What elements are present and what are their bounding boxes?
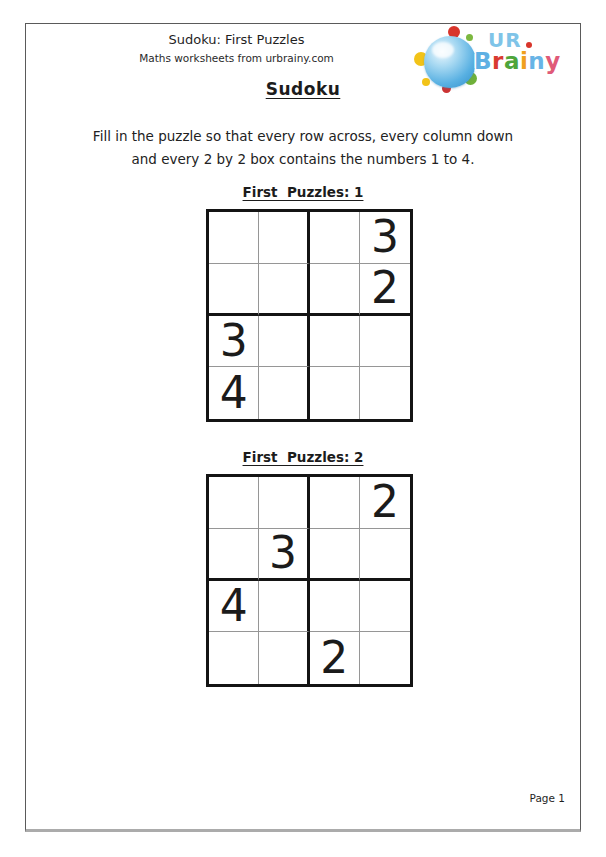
p2-cell-r3c1[interactable]: 4 bbox=[209, 581, 259, 633]
logo-dot-green-top bbox=[466, 34, 473, 41]
puzzle-2-title: First Puzzles: 2 bbox=[26, 449, 580, 465]
logo-letter: r bbox=[492, 48, 504, 74]
p2-cell-r1c1[interactable] bbox=[209, 477, 259, 529]
p2-cell-r3c4[interactable] bbox=[360, 581, 410, 633]
logo-letter: a bbox=[504, 48, 520, 74]
sudoku-grid-1: 3 2 3 4 bbox=[206, 209, 413, 422]
p2-cell-r4c1[interactable] bbox=[209, 632, 259, 684]
page-title: Sudoku bbox=[26, 79, 580, 99]
p1-cell-r1c2[interactable] bbox=[259, 212, 309, 264]
page-number: Page 1 bbox=[530, 792, 565, 804]
p1-cell-r2c2[interactable] bbox=[259, 264, 309, 316]
p1-cell-r3c3[interactable] bbox=[310, 316, 360, 368]
p2-cell-r2c2[interactable]: 3 bbox=[259, 529, 309, 581]
p1-cell-r1c4[interactable]: 3 bbox=[360, 212, 410, 264]
worksheet-page: Sudoku: First Puzzles Maths worksheets f… bbox=[25, 23, 581, 832]
sudoku-grid-2: 2 3 4 2 bbox=[206, 474, 413, 687]
p2-cell-r4c2[interactable] bbox=[259, 632, 309, 684]
p1-cell-r2c3[interactable] bbox=[310, 264, 360, 316]
p2-cell-r3c3[interactable] bbox=[310, 581, 360, 633]
p1-cell-r2c1[interactable] bbox=[209, 264, 259, 316]
p1-cell-r3c1[interactable]: 3 bbox=[209, 316, 259, 368]
p1-cell-r3c4[interactable] bbox=[360, 316, 410, 368]
instructions: Fill in the puzzle so that every row acr… bbox=[26, 125, 580, 171]
p2-cell-r2c4[interactable] bbox=[360, 529, 410, 581]
logo-brainy-text: Brainy bbox=[474, 48, 561, 74]
p1-cell-r4c1[interactable]: 4 bbox=[209, 367, 259, 419]
p2-cell-r4c3[interactable]: 2 bbox=[310, 632, 360, 684]
p1-cell-r4c4[interactable] bbox=[360, 367, 410, 419]
globe-shine bbox=[432, 42, 454, 58]
logo-letter: B bbox=[474, 48, 492, 74]
logo-letter: y bbox=[545, 48, 561, 74]
logo-letter: n bbox=[528, 48, 545, 74]
p2-cell-r2c3[interactable] bbox=[310, 529, 360, 581]
p2-cell-r1c4[interactable]: 2 bbox=[360, 477, 410, 529]
p1-cell-r2c4[interactable]: 2 bbox=[360, 264, 410, 316]
p2-cell-r4c4[interactable] bbox=[360, 632, 410, 684]
p1-cell-r4c3[interactable] bbox=[310, 367, 360, 419]
p2-cell-r2c1[interactable] bbox=[209, 529, 259, 581]
p1-cell-r3c2[interactable] bbox=[259, 316, 309, 368]
puzzle-1-title: First Puzzles: 1 bbox=[26, 184, 580, 200]
instructions-line2: and every 2 by 2 box contains the number… bbox=[26, 148, 580, 171]
header-title: Sudoku: First Puzzles bbox=[26, 32, 447, 47]
p1-cell-r1c1[interactable] bbox=[209, 212, 259, 264]
p2-cell-r1c2[interactable] bbox=[259, 477, 309, 529]
header-subtitle: Maths worksheets from urbrainy.com bbox=[26, 52, 447, 64]
p1-cell-r1c3[interactable] bbox=[310, 212, 360, 264]
p1-cell-r4c2[interactable] bbox=[259, 367, 309, 419]
instructions-line1: Fill in the puzzle so that every row acr… bbox=[26, 125, 580, 148]
p2-cell-r1c3[interactable] bbox=[310, 477, 360, 529]
p2-cell-r3c2[interactable] bbox=[259, 581, 309, 633]
